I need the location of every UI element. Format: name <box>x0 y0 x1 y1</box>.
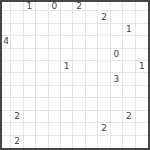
cell-r2c1[interactable] <box>2 11 11 23</box>
cell-r9c8[interactable] <box>86 98 98 110</box>
cell-r3c6[interactable] <box>61 24 73 36</box>
clue-number: 2 <box>101 124 107 133</box>
cell-r8c4[interactable] <box>36 86 48 98</box>
cell-r4c4[interactable] <box>36 36 48 48</box>
cell-r6c5[interactable] <box>49 61 61 73</box>
cell-r11c8[interactable] <box>86 123 98 135</box>
cell-r7c11[interactable] <box>123 73 135 85</box>
cell-r12c7[interactable] <box>73 136 85 148</box>
cell-r8c3[interactable] <box>24 86 36 98</box>
cell-r6c9[interactable] <box>98 61 110 73</box>
cell-r2c3[interactable] <box>24 11 36 23</box>
cell-r11c6[interactable] <box>61 123 73 135</box>
cell-r6c3[interactable] <box>24 61 36 73</box>
cell-r8c8[interactable] <box>86 86 98 98</box>
cell-r1c5: 0 <box>49 2 61 11</box>
cell-r3c12[interactable] <box>136 24 148 36</box>
cell-r7c6[interactable] <box>61 73 73 85</box>
cell-r2c8[interactable] <box>86 11 98 23</box>
cell-r4c2[interactable] <box>11 36 23 48</box>
cell-r11c11[interactable] <box>123 123 135 135</box>
cell-r1c8[interactable] <box>86 2 98 11</box>
cell-r4c9[interactable] <box>98 36 110 48</box>
cell-r8c7[interactable] <box>73 86 85 98</box>
cell-r8c9[interactable] <box>98 86 110 98</box>
cell-r4c11[interactable] <box>123 36 135 48</box>
cell-r8c2[interactable] <box>11 86 23 98</box>
cell-r9c1[interactable] <box>2 98 11 110</box>
cell-r3c9[interactable] <box>98 24 110 36</box>
cell-r6c10[interactable] <box>111 61 123 73</box>
cell-r6c7[interactable] <box>73 61 85 73</box>
cell-r4c1: 4 <box>2 36 11 48</box>
cell-r7c3[interactable] <box>24 73 36 85</box>
cell-r1c3: 1 <box>24 2 36 11</box>
cell-r12c6[interactable] <box>61 136 73 148</box>
cell-r6c12: 1 <box>136 61 148 73</box>
clue-number: 1 <box>139 62 145 71</box>
clue-number: 0 <box>51 2 57 11</box>
clue-number: 1 <box>126 25 132 34</box>
cell-r3c1[interactable] <box>2 24 11 36</box>
cell-r5c4[interactable] <box>36 49 48 61</box>
cell-r10c11: 2 <box>123 111 135 123</box>
cell-r9c9[interactable] <box>98 98 110 110</box>
cell-r4c7[interactable] <box>73 36 85 48</box>
cell-r11c5[interactable] <box>49 123 61 135</box>
cell-r5c8[interactable] <box>86 49 98 61</box>
cell-r11c4[interactable] <box>36 123 48 135</box>
cell-r7c10: 3 <box>111 73 123 85</box>
cell-r11c10[interactable] <box>111 123 123 135</box>
cell-r4c6[interactable] <box>61 36 73 48</box>
cell-r6c2[interactable] <box>11 61 23 73</box>
cell-r2c12[interactable] <box>136 11 148 23</box>
clue-number: 2 <box>126 112 132 121</box>
cell-r3c4[interactable] <box>36 24 48 36</box>
cell-r10c10[interactable] <box>111 111 123 123</box>
cell-r7c4[interactable] <box>36 73 48 85</box>
cell-r8c11[interactable] <box>123 86 135 98</box>
cell-r5c11[interactable] <box>123 49 135 61</box>
clue-number: 2 <box>14 137 20 146</box>
cell-r11c1[interactable] <box>2 123 11 135</box>
cell-r1c7: 2 <box>73 2 85 11</box>
cell-r4c10[interactable] <box>111 36 123 48</box>
cell-r11c12[interactable] <box>136 123 148 135</box>
cell-r12c3[interactable] <box>24 136 36 148</box>
cell-r5c3[interactable] <box>24 49 36 61</box>
clue-number: 1 <box>27 2 33 11</box>
cell-r5c10: 0 <box>111 49 123 61</box>
cell-r9c3[interactable] <box>24 98 36 110</box>
cell-r8c10[interactable] <box>111 86 123 98</box>
cell-r10c9[interactable] <box>98 111 110 123</box>
cell-r1c4[interactable] <box>36 2 48 11</box>
cell-r9c11[interactable] <box>123 98 135 110</box>
cell-r11c3[interactable] <box>24 123 36 135</box>
cell-r10c5[interactable] <box>49 111 61 123</box>
cell-r1c6[interactable] <box>61 2 73 11</box>
cell-r9c7[interactable] <box>73 98 85 110</box>
clue-number: 1 <box>64 62 70 71</box>
cell-r7c12[interactable] <box>136 73 148 85</box>
cell-r4c12[interactable] <box>136 36 148 48</box>
cell-r12c1[interactable] <box>2 136 11 148</box>
cell-r2c9: 2 <box>98 11 110 23</box>
cell-r12c9[interactable] <box>98 136 110 148</box>
cell-r3c11: 1 <box>123 24 135 36</box>
cell-r2c10[interactable] <box>111 11 123 23</box>
cell-r1c1[interactable] <box>2 2 11 11</box>
cell-r5c7[interactable] <box>73 49 85 61</box>
cell-r9c12[interactable] <box>136 98 148 110</box>
cell-r2c11[interactable] <box>123 11 135 23</box>
cell-r3c5[interactable] <box>49 24 61 36</box>
cell-r8c1[interactable] <box>2 86 11 98</box>
puzzle-board: 10221401132222 <box>0 0 150 150</box>
cell-r12c5[interactable] <box>49 136 61 148</box>
cell-r7c7[interactable] <box>73 73 85 85</box>
cell-r1c9[interactable] <box>98 2 110 11</box>
cell-r1c12[interactable] <box>136 2 148 11</box>
cell-r6c8[interactable] <box>86 61 98 73</box>
cell-r9c5[interactable] <box>49 98 61 110</box>
cell-r11c9: 2 <box>98 123 110 135</box>
cell-r2c6[interactable] <box>61 11 73 23</box>
cell-r7c9[interactable] <box>98 73 110 85</box>
cell-r3c2[interactable] <box>11 24 23 36</box>
cell-r6c1[interactable] <box>2 61 11 73</box>
cell-r9c4[interactable] <box>36 98 48 110</box>
cell-r2c7[interactable] <box>73 11 85 23</box>
cell-r7c5[interactable] <box>49 73 61 85</box>
cell-r3c8[interactable] <box>86 24 98 36</box>
cell-r1c10[interactable] <box>111 2 123 11</box>
cell-r12c4[interactable] <box>36 136 48 148</box>
cell-r5c9[interactable] <box>98 49 110 61</box>
cell-r10c12[interactable] <box>136 111 148 123</box>
cell-r6c11[interactable] <box>123 61 135 73</box>
cell-r7c2[interactable] <box>11 73 23 85</box>
clue-number: 0 <box>114 50 120 59</box>
cell-r5c5[interactable] <box>49 49 61 61</box>
cell-r10c2: 2 <box>11 111 23 123</box>
cell-r9c10[interactable] <box>111 98 123 110</box>
cell-r4c8[interactable] <box>86 36 98 48</box>
cell-r5c12[interactable] <box>136 49 148 61</box>
cell-r3c7[interactable] <box>73 24 85 36</box>
cell-r10c6[interactable] <box>61 111 73 123</box>
cell-r2c5[interactable] <box>49 11 61 23</box>
cell-r4c5[interactable] <box>49 36 61 48</box>
cell-r1c2[interactable] <box>11 2 23 11</box>
cell-r5c1[interactable] <box>2 49 11 61</box>
cell-r11c7[interactable] <box>73 123 85 135</box>
clue-number: 3 <box>114 75 120 84</box>
cell-r11c2[interactable] <box>11 123 23 135</box>
clue-number: 2 <box>101 13 107 22</box>
clue-number: 2 <box>14 112 20 121</box>
cell-r5c2[interactable] <box>11 49 23 61</box>
cell-r10c1[interactable] <box>2 111 11 123</box>
cell-r3c10[interactable] <box>111 24 123 36</box>
cell-r2c2[interactable] <box>11 11 23 23</box>
cell-r8c5[interactable] <box>49 86 61 98</box>
clue-number: 2 <box>76 2 82 11</box>
cell-r8c12[interactable] <box>136 86 148 98</box>
cell-r1c11[interactable] <box>123 2 135 11</box>
cell-r9c2[interactable] <box>11 98 23 110</box>
cell-r12c2: 2 <box>11 136 23 148</box>
cell-r10c3[interactable] <box>24 111 36 123</box>
cell-r10c8[interactable] <box>86 111 98 123</box>
cell-r7c1[interactable] <box>2 73 11 85</box>
clue-number: 4 <box>3 37 9 46</box>
cell-r10c4[interactable] <box>36 111 48 123</box>
cell-r6c4[interactable] <box>36 61 48 73</box>
cell-r10c7[interactable] <box>73 111 85 123</box>
cell-r12c8[interactable] <box>86 136 98 148</box>
cell-r3c3[interactable] <box>24 24 36 36</box>
cell-r8c6[interactable] <box>61 86 73 98</box>
cell-r6c6: 1 <box>61 61 73 73</box>
cell-r12c10[interactable] <box>111 136 123 148</box>
cell-r4c3[interactable] <box>24 36 36 48</box>
cell-r7c8[interactable] <box>86 73 98 85</box>
cell-r12c11[interactable] <box>123 136 135 148</box>
cell-r9c6[interactable] <box>61 98 73 110</box>
cell-r2c4[interactable] <box>36 11 48 23</box>
cell-r5c6[interactable] <box>61 49 73 61</box>
cell-r12c12[interactable] <box>136 136 148 148</box>
